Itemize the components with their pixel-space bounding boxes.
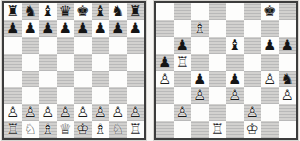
black-pawn-piece: ♟ <box>41 20 54 37</box>
square-a5 <box>4 54 22 71</box>
square-h2: ♙ <box>127 104 145 121</box>
square-g5 <box>109 54 127 71</box>
square-e6 <box>74 37 92 54</box>
square-d8: ♛ <box>57 3 75 20</box>
square-c2: ♙ <box>39 104 57 121</box>
square-b7 <box>174 20 192 37</box>
square-e8 <box>226 3 244 20</box>
white-pawn-piece: ♙ <box>111 104 124 121</box>
square-f1: ♗ <box>92 121 110 138</box>
white-pawn-piece: ♙ <box>129 104 142 121</box>
white-rook-piece: ♖ <box>129 121 142 138</box>
square-b4 <box>22 71 40 88</box>
square-d6 <box>57 37 75 54</box>
black-rook-piece: ♜ <box>129 3 142 20</box>
square-f5 <box>92 54 110 71</box>
square-b7: ♟ <box>22 20 40 37</box>
square-f6 <box>92 37 110 54</box>
square-e4: ♟ <box>226 71 244 88</box>
square-a4: ♙ <box>156 71 174 88</box>
black-pawn-piece: ♟ <box>24 20 37 37</box>
square-b6: ♟ <box>174 37 192 54</box>
square-c5 <box>191 54 209 71</box>
square-e7 <box>226 20 244 37</box>
square-g3 <box>261 87 279 104</box>
square-e2: ♙ <box>74 104 92 121</box>
black-bishop-piece: ♝ <box>228 37 241 54</box>
black-pawn-piece: ♟ <box>176 37 189 54</box>
white-king-piece: ♔ <box>76 121 89 138</box>
square-g8: ♚ <box>261 3 279 20</box>
square-e4 <box>74 71 92 88</box>
square-e3 <box>74 87 92 104</box>
square-h1 <box>279 121 297 138</box>
square-c4 <box>39 71 57 88</box>
white-bishop-piece: ♗ <box>41 121 54 138</box>
square-g4 <box>109 71 127 88</box>
white-pawn-piece: ♙ <box>76 104 89 121</box>
white-rook-piece: ♖ <box>6 121 19 138</box>
white-bishop-piece: ♗ <box>94 121 107 138</box>
white-pawn-piece: ♙ <box>24 104 37 121</box>
black-knight-piece: ♞ <box>281 71 294 88</box>
chess-board-right: ♚♗♟♝♟♟♟♖♙♟♟♙♞♙♙♙♙♙♖♔ <box>154 1 298 140</box>
square-b8: ♞ <box>22 3 40 20</box>
square-f5 <box>244 54 262 71</box>
square-c8: ♝ <box>39 3 57 20</box>
white-pawn-piece: ♙ <box>281 87 294 104</box>
square-c7: ♟ <box>39 20 57 37</box>
white-king-piece: ♔ <box>246 121 259 138</box>
square-c4: ♟ <box>191 71 209 88</box>
square-f4 <box>244 71 262 88</box>
square-f1: ♔ <box>244 121 262 138</box>
square-g7: ♟ <box>109 20 127 37</box>
square-d2 <box>209 104 227 121</box>
square-a1: ♖ <box>4 121 22 138</box>
white-rook-piece: ♖ <box>176 54 189 71</box>
square-d4 <box>57 71 75 88</box>
white-bishop-piece: ♗ <box>193 20 206 37</box>
square-a3 <box>4 87 22 104</box>
black-pawn-piece: ♟ <box>76 20 89 37</box>
square-e7: ♟ <box>74 20 92 37</box>
black-knight-piece: ♞ <box>111 3 124 20</box>
square-d3 <box>209 87 227 104</box>
white-pawn-piece: ♙ <box>193 87 206 104</box>
black-rook-piece: ♜ <box>6 3 19 20</box>
square-h7: ♟ <box>127 20 145 37</box>
square-h6 <box>127 37 145 54</box>
white-pawn-piece: ♙ <box>176 104 189 121</box>
white-pawn-piece: ♙ <box>59 104 72 121</box>
black-pawn-piece: ♟ <box>111 20 124 37</box>
square-c3: ♙ <box>191 87 209 104</box>
square-a7 <box>156 20 174 37</box>
square-b8 <box>174 3 192 20</box>
square-c2 <box>191 104 209 121</box>
square-d7 <box>209 20 227 37</box>
square-h3 <box>127 87 145 104</box>
square-h5 <box>279 54 297 71</box>
square-b2: ♙ <box>174 104 192 121</box>
square-e1: ♔ <box>74 121 92 138</box>
square-a8 <box>156 3 174 20</box>
scanned-diagram-page: ♜♞♝♛♚♝♞♜♟♟♟♟♟♟♟♟♙♙♙♙♙♙♙♙♖♘♗♕♔♗♘♖ ♚♗♟♝♟♟♟… <box>0 0 300 141</box>
square-b6 <box>22 37 40 54</box>
square-f2: ♙ <box>244 104 262 121</box>
black-pawn-piece: ♟ <box>59 20 72 37</box>
square-b1: ♘ <box>22 121 40 138</box>
square-f6 <box>244 37 262 54</box>
white-pawn-piece: ♙ <box>94 104 107 121</box>
square-h6: ♟ <box>279 37 297 54</box>
square-h3: ♙ <box>279 87 297 104</box>
black-pawn-piece: ♟ <box>94 20 107 37</box>
black-pawn-piece: ♟ <box>129 20 142 37</box>
square-g8: ♞ <box>109 3 127 20</box>
square-b5: ♖ <box>174 54 192 71</box>
square-e2 <box>226 104 244 121</box>
square-d8 <box>209 3 227 20</box>
square-f7: ♟ <box>92 20 110 37</box>
black-pawn-piece: ♟ <box>281 37 294 54</box>
square-d1: ♕ <box>57 121 75 138</box>
white-pawn-piece: ♙ <box>246 104 259 121</box>
square-h8: ♜ <box>127 3 145 20</box>
square-h4: ♞ <box>279 71 297 88</box>
square-b4 <box>174 71 192 88</box>
square-h7 <box>279 20 297 37</box>
square-h5 <box>127 54 145 71</box>
square-g1 <box>261 121 279 138</box>
square-d5 <box>57 54 75 71</box>
white-rook-piece: ♖ <box>211 121 224 138</box>
square-h1: ♖ <box>127 121 145 138</box>
black-knight-piece: ♞ <box>24 3 37 20</box>
white-knight-piece: ♘ <box>24 121 37 138</box>
square-b3 <box>174 87 192 104</box>
black-pawn-piece: ♟ <box>6 20 19 37</box>
square-f8: ♝ <box>92 3 110 20</box>
square-e1 <box>226 121 244 138</box>
square-c3 <box>39 87 57 104</box>
square-g2 <box>261 104 279 121</box>
square-e5 <box>226 54 244 71</box>
chess-board-left: ♜♞♝♛♚♝♞♜♟♟♟♟♟♟♟♟♙♙♙♙♙♙♙♙♖♘♗♕♔♗♘♖ <box>2 1 146 140</box>
white-pawn-piece: ♙ <box>41 104 54 121</box>
square-a5: ♟ <box>156 54 174 71</box>
square-g4: ♙ <box>261 71 279 88</box>
white-pawn-piece: ♙ <box>263 71 276 88</box>
square-e6: ♝ <box>226 37 244 54</box>
white-knight-piece: ♘ <box>111 121 124 138</box>
square-f4 <box>92 71 110 88</box>
square-a1 <box>156 121 174 138</box>
square-a6 <box>156 37 174 54</box>
square-h8 <box>279 3 297 20</box>
square-a4 <box>4 71 22 88</box>
square-a7: ♟ <box>4 20 22 37</box>
square-d4 <box>209 71 227 88</box>
square-h4 <box>127 71 145 88</box>
black-king-piece: ♚ <box>263 3 276 20</box>
square-f3 <box>244 87 262 104</box>
black-pawn-piece: ♟ <box>158 54 171 71</box>
square-d2: ♙ <box>57 104 75 121</box>
square-c1: ♗ <box>39 121 57 138</box>
white-pawn-piece: ♙ <box>6 104 19 121</box>
square-g7 <box>261 20 279 37</box>
square-g1: ♘ <box>109 121 127 138</box>
square-f2: ♙ <box>92 104 110 121</box>
square-e3: ♙ <box>226 87 244 104</box>
black-pawn-piece: ♟ <box>263 37 276 54</box>
square-h2 <box>279 104 297 121</box>
square-a3 <box>156 87 174 104</box>
square-g2: ♙ <box>109 104 127 121</box>
square-f3 <box>92 87 110 104</box>
black-queen-piece: ♛ <box>59 3 72 20</box>
square-c6 <box>191 37 209 54</box>
black-bishop-piece: ♝ <box>41 3 54 20</box>
black-pawn-piece: ♟ <box>193 71 206 88</box>
square-e8: ♚ <box>74 3 92 20</box>
square-g6 <box>109 37 127 54</box>
white-pawn-piece: ♙ <box>158 71 171 88</box>
square-b1 <box>174 121 192 138</box>
square-d6 <box>209 37 227 54</box>
square-c6 <box>39 37 57 54</box>
square-d7: ♟ <box>57 20 75 37</box>
square-a2 <box>156 104 174 121</box>
black-king-piece: ♚ <box>76 3 89 20</box>
square-b2: ♙ <box>22 104 40 121</box>
black-bishop-piece: ♝ <box>94 3 107 20</box>
square-c1 <box>191 121 209 138</box>
square-a8: ♜ <box>4 3 22 20</box>
white-pawn-piece: ♙ <box>228 87 241 104</box>
square-a2: ♙ <box>4 104 22 121</box>
square-b5 <box>22 54 40 71</box>
square-d1: ♖ <box>209 121 227 138</box>
square-g3 <box>109 87 127 104</box>
square-f7 <box>244 20 262 37</box>
square-b3 <box>22 87 40 104</box>
square-c8 <box>191 3 209 20</box>
square-c5 <box>39 54 57 71</box>
square-d3 <box>57 87 75 104</box>
square-g5 <box>261 54 279 71</box>
square-d5 <box>209 54 227 71</box>
square-e5 <box>74 54 92 71</box>
square-f8 <box>244 3 262 20</box>
black-pawn-piece: ♟ <box>228 71 241 88</box>
square-g6: ♟ <box>261 37 279 54</box>
white-queen-piece: ♕ <box>59 121 72 138</box>
square-a6 <box>4 37 22 54</box>
square-c7: ♗ <box>191 20 209 37</box>
